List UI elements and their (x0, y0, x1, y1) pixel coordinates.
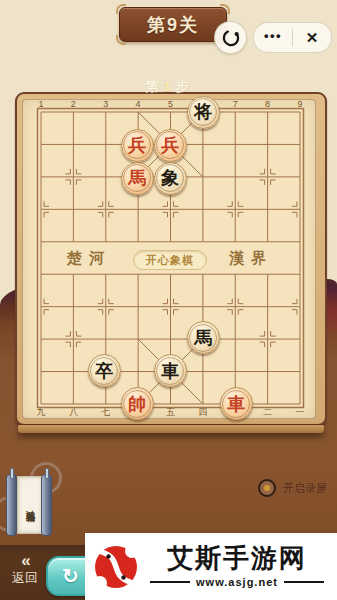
record-radio-dot (264, 485, 270, 491)
scroll-stick (45, 468, 49, 479)
piece-red-馬[interactable]: 馬 (121, 162, 154, 195)
piece-black-象[interactable]: 象 (154, 162, 187, 195)
watermark-fish-logo-icon (91, 542, 141, 592)
xiangqi-board: 123456789 九八七六五四三二一 楚河 漢界 开心象棋 将兵兵馬象馬卒車帥… (15, 92, 327, 426)
back-chevrons-icon: « (6, 551, 44, 571)
screen: 第9关 ••• ✕ 第1步 123456789 九八七六五四三二一 楚河 漢界 … (0, 0, 337, 600)
restart-icon (218, 25, 244, 51)
plaque-corner-decoration (116, 4, 126, 14)
move-counter-suffix: 步 (176, 79, 192, 94)
back-label: 返回 (6, 571, 44, 586)
restart-button[interactable] (214, 21, 247, 54)
wechat-capsule: ••• ✕ (253, 22, 332, 53)
plaque-corner-decoration (220, 4, 230, 14)
watermark-line (150, 581, 190, 583)
watermark-line (284, 581, 324, 583)
move-counter-value: 1 (163, 79, 173, 94)
level-title: 第9关 (147, 13, 199, 37)
watermark-text: 艾斯手游网 www.asjg.net (141, 545, 333, 588)
piece-black-馬[interactable]: 馬 (187, 321, 220, 354)
replay-icon: ↻ (62, 564, 79, 588)
level-plaque: 第9关 (119, 7, 227, 42)
piece-red-兵[interactable]: 兵 (154, 129, 187, 162)
more-menu-button[interactable]: ••• (254, 28, 292, 48)
record-toggle[interactable]: 开启录屏 (258, 479, 327, 497)
record-label: 开启录屏 (283, 481, 327, 496)
piece-red-帥[interactable]: 帥 (121, 387, 154, 420)
board-field[interactable]: 123456789 九八七六五四三二一 楚河 漢界 开心象棋 将兵兵馬象馬卒車帥… (22, 99, 316, 419)
plaque-corner-decoration (116, 35, 126, 45)
watermark: 艾斯手游网 www.asjg.net (85, 533, 337, 600)
move-counter: 第1步 (0, 78, 337, 96)
back-button[interactable]: « 返回 (6, 551, 44, 585)
scroll-roller (41, 474, 52, 536)
piece-red-兵[interactable]: 兵 (121, 129, 154, 162)
watermark-url-row: www.asjg.net (141, 576, 333, 588)
close-button[interactable]: ✕ (293, 29, 331, 47)
cheat-scroll-button[interactable]: 过关秘籍 (6, 466, 52, 536)
piece-black-車[interactable]: 車 (154, 354, 187, 387)
watermark-site-name: 艾斯手游网 (141, 545, 333, 574)
scroll-stick (10, 468, 14, 479)
piece-black-卒[interactable]: 卒 (88, 354, 121, 387)
move-counter-prefix: 第 (145, 79, 161, 94)
piece-black-将[interactable]: 将 (187, 96, 220, 129)
pieces-layer: 将兵兵馬象馬卒車帥車 (25, 96, 316, 420)
piece-red-車[interactable]: 車 (220, 387, 253, 420)
cheat-scroll-label: 过关秘籍 (17, 476, 43, 534)
watermark-site-url: www.asjg.net (196, 576, 278, 588)
record-radio-button[interactable] (258, 479, 276, 497)
scroll-roller (6, 474, 17, 536)
